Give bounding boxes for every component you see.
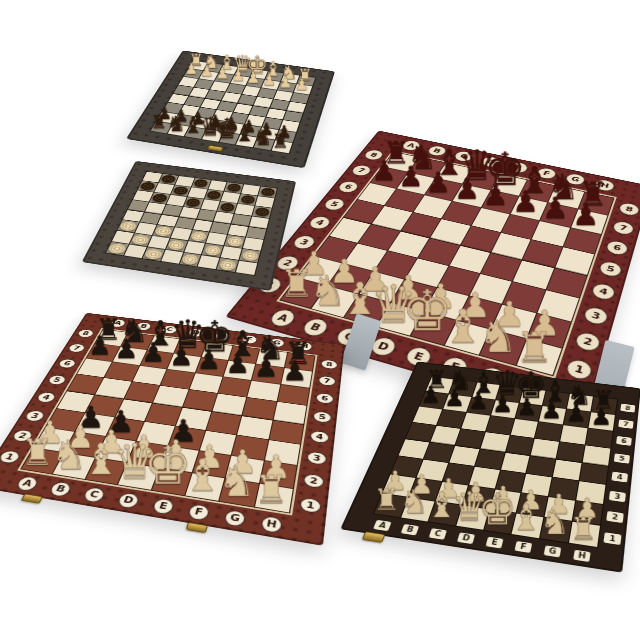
dark-square: ♞ [220, 478, 259, 506]
rank-label: 1 [0, 449, 22, 464]
dark-square: ♚ [484, 510, 516, 534]
dark-square [106, 242, 128, 255]
file-label: D [116, 492, 141, 509]
light-bishop: ♝ [218, 53, 236, 73]
rank-label: 4 [590, 282, 616, 302]
light-square: ♜ [516, 339, 561, 375]
light-rook: ♜ [297, 67, 313, 84]
board-dark-walnut-chess: ♜♞♝♛♚♝♞♜♟♟♟♟♟♟♟♟♟♟♟♟♟♟♟♟♜♞♝♛♚♝♞♜ABCDEFGH… [340, 361, 640, 572]
light-square [221, 246, 242, 260]
light-square: ♜ [255, 483, 293, 512]
light-square: ♝ [185, 473, 224, 501]
light-square: ♟ [589, 412, 615, 431]
file-label: G [543, 545, 561, 558]
light-square: ♞ [168, 124, 189, 136]
dark-checker [151, 193, 168, 203]
light-square [133, 190, 153, 201]
dark-rook: ♜ [382, 138, 410, 169]
board-frame: ♜♞♝♛♚♝♞♜♟♟♟♟♟♟♟♟♟♟♟♟♟♟♟♟♟♟♟♜♞♝♛♚♝♞♜ABCDE… [0, 313, 345, 546]
light-checker [181, 254, 199, 266]
rank-label: 4 [612, 472, 628, 482]
dark-square [495, 471, 525, 493]
dark-knight: ♞ [255, 332, 285, 365]
dark-checker [139, 182, 156, 191]
light-square [480, 432, 509, 452]
light-square [399, 439, 430, 459]
light-square: ♟ [226, 456, 263, 483]
rank-label: 5 [321, 197, 347, 212]
light-square [112, 231, 134, 244]
dark-checker [185, 198, 202, 208]
dark-rook: ♜ [578, 178, 608, 211]
rank-label: 2 [574, 330, 602, 353]
dark-square [128, 200, 149, 212]
rank-label: 2 [607, 511, 624, 522]
dark-checker [219, 202, 236, 212]
board-frame: ♜♞♝♛♚♝♞♜♟♟♟♟♟♟♟♟♟♟♟♟♟♟♟♟♜♞♝♛♚♝♞♜ [126, 50, 335, 168]
rank-label: 1 [564, 357, 593, 381]
light-square: ♝ [512, 514, 544, 539]
light-square [210, 81, 229, 91]
light-square: ♟ [190, 117, 211, 129]
dark-checker [193, 179, 209, 188]
dark-bishop: ♝ [541, 376, 568, 406]
light-checker [167, 239, 185, 250]
board-grid: ♜♞♝♛♚♝♞♜♟♟♟♟♟♟♟♟♟♟♟♟♟♟♟♟♜♞♝♛♚♝♞♜ [149, 60, 316, 154]
rank-label: 8 [76, 329, 95, 339]
light-square: ♟ [383, 475, 416, 497]
light-bishop: ♝ [264, 60, 282, 80]
light-square: ♟ [545, 497, 575, 521]
file-label: A [109, 319, 128, 328]
dark-checker [206, 190, 222, 200]
file-label: D [479, 155, 502, 168]
file-label: F [241, 334, 259, 344]
board-gray-checkers [82, 161, 296, 291]
file-label: A [400, 139, 423, 151]
dark-square: ♟ [517, 493, 548, 516]
rank-label: 4 [306, 215, 333, 231]
rank-label: 5 [313, 410, 332, 423]
rank-label: 5 [614, 454, 629, 464]
dark-square [549, 478, 578, 500]
rank-label: 8 [321, 359, 338, 370]
light-checker [226, 236, 243, 247]
light-square: ♜ [569, 522, 600, 547]
rank-label: 3 [582, 305, 609, 326]
file-label: C [452, 150, 475, 163]
light-square: ♟ [490, 490, 521, 513]
light-square [242, 86, 261, 96]
dark-square [586, 428, 613, 447]
dark-square: ♜ [151, 122, 172, 134]
light-square [469, 467, 500, 489]
file-label: D [187, 328, 205, 338]
light-square [96, 378, 132, 398]
light-checker [119, 221, 137, 232]
dark-square: ♜ [281, 278, 327, 308]
rank-label: 6 [605, 239, 629, 256]
file-label: H [260, 515, 284, 533]
light-square [167, 195, 187, 206]
dark-square [232, 214, 252, 226]
board-frame [82, 161, 296, 291]
light-square: ♜ [272, 140, 292, 153]
dark-square [183, 390, 217, 411]
light-pawn: ♟ [299, 248, 328, 281]
light-checker [154, 226, 172, 237]
light-square [123, 210, 144, 222]
dark-square [243, 398, 277, 420]
dark-checker [240, 195, 256, 205]
dark-square [557, 442, 585, 462]
dark-square [424, 442, 454, 462]
file-label: E [214, 331, 232, 341]
dark-rook: ♜ [95, 315, 121, 344]
dark-checker [260, 187, 276, 196]
dark-square [246, 227, 266, 240]
light-square [576, 481, 605, 504]
dark-square: ♜ [591, 397, 617, 415]
rank-label: 8 [618, 202, 640, 217]
board-gray-small-chess: ♜♞♝♛♚♝♞♜♟♟♟♟♟♟♟♟♟♟♟♟♟♟♟♟♜♞♝♛♚♝♞♜ [126, 50, 335, 168]
dark-square [291, 93, 310, 104]
file-label: B [134, 322, 152, 332]
dark-queen: ♛ [170, 315, 205, 354]
rank-label: 1 [604, 533, 621, 545]
file-label: A [14, 476, 40, 492]
light-square [200, 431, 236, 455]
file-label: C [429, 528, 448, 540]
rank-label: 4 [35, 391, 57, 403]
rank-label: 6 [336, 180, 361, 194]
rank-label: 5 [598, 260, 623, 278]
dark-checker [226, 183, 242, 192]
rank-label: 8 [621, 404, 635, 413]
light-square [237, 416, 272, 439]
brass-latch-left [20, 493, 42, 503]
light-rook: ♜ [21, 434, 54, 471]
light-checker [219, 259, 237, 271]
file-label: A [267, 307, 299, 328]
dark-square [535, 422, 563, 441]
dark-bishop: ♝ [517, 161, 550, 198]
file-label: H [296, 341, 313, 351]
rank-label: 7 [318, 375, 336, 387]
light-rook: ♜ [189, 52, 204, 69]
dark-square: ♟ [564, 409, 591, 427]
dark-checker [172, 186, 189, 195]
light-checker [108, 243, 127, 254]
rank-label: 7 [619, 420, 634, 429]
light-square [522, 474, 552, 496]
dark-rook: ♜ [426, 367, 448, 392]
dark-knight: ♞ [566, 381, 591, 409]
dark-square: ♟ [462, 486, 494, 509]
file-label: E [485, 536, 503, 548]
dark-square [486, 416, 514, 435]
file-label: G [564, 172, 586, 186]
product-photo-scene: ♜♞♝♛♚♝♞♜♟♟♟♟♟♟♟♟♟♟♟♟♟♟♟♟♜♞♝♛♚♝♞♜ABCDEFGH… [0, 0, 640, 640]
file-label: C [160, 325, 178, 335]
rank-label: 2 [303, 473, 324, 489]
rank-label: 7 [612, 220, 636, 236]
light-square [560, 425, 587, 444]
dark-square [546, 268, 586, 298]
light-square [430, 425, 460, 444]
dark-square [210, 222, 230, 235]
light-checker [131, 234, 149, 245]
file-label: G [223, 509, 247, 527]
dark-square [580, 463, 608, 484]
dark-square: ♞ [540, 518, 571, 543]
light-square [198, 255, 220, 269]
light-pawn: ♟ [437, 475, 461, 502]
file-label: H [594, 178, 616, 192]
board-frame: ♜♞♝♛♚♝♞♜♟♟♟♟♟♟♟♟♟♟♟♟♟♟♟♟♜♞♝♛♚♝♞♜ABCDEFGH… [340, 361, 640, 572]
light-square [77, 358, 112, 377]
board-grid [105, 171, 278, 276]
rank-label: 3 [306, 451, 327, 466]
file-label: D [457, 532, 475, 544]
light-checker [190, 231, 208, 242]
rank-label: 2 [11, 429, 35, 443]
dark-square [197, 209, 217, 221]
dark-rook: ♜ [285, 338, 313, 369]
light-square [531, 438, 559, 458]
rank-label: 5 [46, 374, 67, 386]
dark-square [217, 258, 238, 272]
brass-clasp-front [362, 531, 386, 543]
dark-square: ♝ [184, 127, 205, 139]
light-pawn: ♟ [228, 447, 257, 480]
rank-label: 3 [23, 409, 46, 422]
dark-square [206, 412, 241, 435]
light-square [214, 211, 234, 223]
rank-label: 7 [349, 164, 373, 177]
light-king: ♚ [246, 53, 268, 78]
file-label: E [151, 498, 176, 516]
brass-latch-right [185, 522, 207, 533]
file-label: F [187, 503, 211, 521]
light-checker [204, 245, 222, 256]
file-label: B [48, 481, 74, 498]
file-label: C [81, 486, 106, 503]
light-square [449, 446, 479, 466]
dark-square: ♜ [297, 76, 315, 86]
file-label: B [401, 524, 420, 536]
light-square [212, 394, 246, 415]
light-queen: ♛ [232, 53, 252, 76]
light-square [249, 216, 269, 228]
board-brown-carved-chess: ♜♞♝♛♚♝♞♜♟♟♟♟♟♟♟♟♟♟♟♟♟♟♟♟♟♟♟♜♞♝♛♚♝♞♜ABCDE… [0, 313, 345, 546]
light-square: ♟ [436, 482, 468, 505]
dark-square [226, 83, 245, 93]
file-label: B [426, 145, 449, 158]
dark-bishop: ♝ [145, 317, 176, 351]
rank-label: 4 [310, 430, 330, 444]
rank-label: 6 [315, 392, 334, 404]
light-square: ♛ [456, 506, 488, 530]
rank-label: 3 [609, 491, 625, 502]
board-grid: ♜♞♝♛♚♝♞♜♟♟♟♟♟♟♟♟♟♟♟♟♟♟♟♟♜♞♝♛♚♝♞♜ [373, 376, 618, 548]
dark-pawn: ♟ [157, 105, 172, 122]
dark-bishop: ♝ [226, 326, 257, 361]
file-label: F [535, 167, 557, 181]
light-square [248, 381, 280, 402]
rank-label: 1 [299, 497, 321, 514]
light-square [501, 452, 530, 473]
dark-checker [254, 207, 270, 217]
file-label: F [514, 541, 532, 553]
dark-square [506, 435, 535, 455]
rank-label: 6 [616, 436, 631, 445]
file-label: A [373, 520, 392, 532]
file-label: B [300, 316, 332, 338]
light-checker [144, 248, 163, 260]
dark-checker [160, 175, 176, 184]
file-label: H [573, 550, 591, 563]
rank-label: 8 [362, 149, 386, 162]
file-label: E [507, 161, 529, 174]
light-square: ♟ [443, 394, 471, 412]
brass-emblem-front [207, 145, 224, 152]
dark-square [563, 228, 601, 254]
dark-square [527, 456, 556, 477]
dark-square: ♟ [573, 501, 603, 525]
rank-label: 6 [57, 358, 78, 369]
dark-square [475, 449, 505, 470]
board-grid: ♜♞♝♛♚♝♞♜♟♟♟♟♟♟♟♟♟♟♟♟♟♟♟♟♟♟♟♜♞♝♛♚♝♞♜ [17, 328, 317, 516]
light-square: ♟ [281, 368, 312, 388]
rank-label: 7 [67, 343, 87, 353]
light-square: ♟ [491, 400, 518, 418]
light-square [330, 218, 371, 243]
light-square [431, 219, 471, 244]
dark-rook: ♜ [592, 387, 615, 413]
file-label: G [268, 338, 285, 348]
light-checker [241, 250, 259, 262]
light-square [532, 221, 570, 246]
light-square [236, 261, 257, 275]
rank-label: 3 [290, 234, 318, 251]
light-square [273, 402, 306, 424]
dark-square [232, 435, 268, 460]
